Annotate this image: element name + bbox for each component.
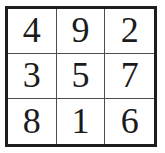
magic-square-board: 4 9 2 3 5 7 8 1 6 — [5, 6, 157, 147]
cell-r1c3: 2 — [105, 9, 154, 54]
cell-r2c1: 3 — [8, 54, 57, 99]
cell-r1c2: 9 — [57, 9, 106, 54]
cell-r1c1: 4 — [8, 9, 57, 54]
cell-r2c3: 7 — [105, 54, 154, 99]
cell-r3c1: 8 — [8, 99, 57, 144]
cell-r2c2: 5 — [57, 54, 106, 99]
cell-r3c2: 1 — [57, 99, 106, 144]
cell-r3c3: 6 — [105, 99, 154, 144]
